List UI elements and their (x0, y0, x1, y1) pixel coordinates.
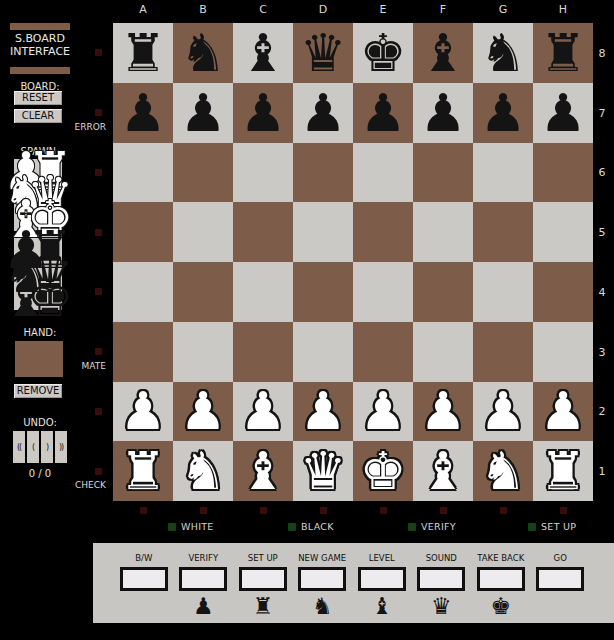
white-pawn-icon: ♟ (240, 385, 287, 437)
panel-group-set-up: SET UP♜ (233, 553, 293, 620)
status-led-white (168, 523, 176, 531)
square-f2[interactable]: ♟ (413, 382, 473, 442)
black-queen-icon: ♛ (431, 591, 452, 620)
square-c5[interactable] (233, 202, 293, 262)
file-led-d (320, 507, 327, 514)
square-e4[interactable] (353, 262, 413, 322)
panel-label-take-back: TAKE BACK (477, 553, 524, 566)
panel-group-b-w: B/W (114, 553, 174, 620)
rank-label-7: 7 (594, 107, 610, 120)
status-led-verify (408, 523, 416, 531)
square-a2[interactable]: ♟ (113, 382, 173, 442)
file-led-f (440, 507, 447, 514)
square-c8[interactable]: ♝ (233, 23, 293, 83)
square-g6[interactable] (473, 143, 533, 203)
white-knight-icon: ♞ (480, 445, 527, 497)
square-a7[interactable]: ♟ (113, 83, 173, 143)
file-label-c: C (233, 3, 293, 16)
black-pawn-icon: ♟ (480, 87, 527, 139)
black-bishop-icon: ♝ (240, 27, 287, 79)
panel-group-go: GO (531, 553, 591, 620)
panel-button-b-w[interactable] (120, 567, 168, 591)
file-led-h (560, 507, 567, 514)
panel-button-go[interactable] (536, 567, 584, 591)
spawn-black-king[interactable]: ♚ (38, 286, 62, 310)
black-bishop-icon: ♝ (371, 591, 392, 620)
white-rook-icon: ♜ (540, 445, 587, 497)
black-pawn-icon: ♟ (193, 591, 214, 620)
square-b3[interactable] (173, 322, 233, 382)
square-d5[interactable] (293, 202, 353, 262)
square-a4[interactable] (113, 262, 173, 322)
square-g4[interactable] (473, 262, 533, 322)
rank-label-1: 1 (594, 465, 610, 478)
black-pawn-icon: ♟ (180, 87, 227, 139)
panel-group-verify: VERIFY♟ (174, 553, 234, 620)
status-led-set-up (528, 523, 536, 531)
square-d7[interactable]: ♟ (293, 83, 353, 143)
rank-led-3 (95, 348, 102, 355)
rank-label-4: 4 (594, 286, 610, 299)
control-panel: B/WVERIFY♟SET UP♜NEW GAME♞LEVEL♝SOUND♛TA… (93, 543, 614, 623)
black-rook-icon: ♜ (540, 27, 587, 79)
white-pawn-icon: ♟ (120, 385, 167, 437)
square-d3[interactable] (293, 322, 353, 382)
panel-label-set-up: SET UP (248, 553, 278, 566)
square-a5[interactable] (113, 202, 173, 262)
check-label: CHECK (44, 480, 106, 490)
square-c6[interactable] (233, 143, 293, 203)
redo-button[interactable]: ) (41, 431, 53, 463)
rank-label-3: 3 (594, 346, 610, 359)
square-a6[interactable] (113, 143, 173, 203)
panel-label-b-w: B/W (135, 553, 152, 566)
square-b8[interactable]: ♞ (173, 23, 233, 83)
black-pawn-icon: ♟ (360, 87, 407, 139)
square-f4[interactable] (413, 262, 473, 322)
black-pawn-icon: ♟ (420, 87, 467, 139)
rank-led-7 (95, 109, 102, 116)
square-f7[interactable]: ♟ (413, 83, 473, 143)
black-rook-icon: ♜ (252, 591, 273, 620)
undo-controls: ((())) (13, 431, 67, 463)
hand-section-label: HAND: (4, 327, 76, 338)
square-d4[interactable] (293, 262, 353, 322)
panel-button-new-game[interactable] (298, 567, 346, 591)
panel-group-new-game: NEW GAME♞ (293, 553, 353, 620)
square-g7[interactable]: ♟ (473, 83, 533, 143)
app-title-line1: S.BOARD (4, 32, 76, 45)
file-label-g: G (473, 3, 533, 16)
file-label-f: F (413, 3, 473, 16)
reset-button[interactable]: RESET (14, 91, 62, 105)
black-rook-icon: ♜ (120, 27, 167, 79)
remove-button[interactable]: REMOVE (14, 384, 62, 398)
undo-button[interactable]: ( (27, 431, 39, 463)
status-label-verify: VERIFY (421, 521, 456, 532)
white-pawn-icon: ♟ (360, 385, 407, 437)
square-c7[interactable]: ♟ (233, 83, 293, 143)
status-label-white: WHITE (181, 521, 214, 532)
square-g5[interactable] (473, 202, 533, 262)
white-bishop-icon: ♝ (420, 445, 467, 497)
square-h6[interactable] (533, 143, 593, 203)
square-h5[interactable] (533, 202, 593, 262)
black-bishop-icon: ♝ (420, 27, 467, 79)
control-panel-buttons: B/WVERIFY♟SET UP♜NEW GAME♞LEVEL♝SOUND♛TA… (114, 553, 590, 620)
status-led-black (288, 523, 296, 531)
status-label-black: BLACK (301, 521, 334, 532)
hand-slot[interactable] (15, 341, 63, 377)
panel-label-go: GO (554, 553, 567, 566)
app-title-line2: INTERFACE (4, 45, 76, 58)
square-f8[interactable]: ♝ (413, 23, 473, 83)
spawn-black-panel: ♟♜♞♛♝♚ (14, 238, 62, 310)
rank-led-2 (95, 408, 102, 415)
black-pawn-icon: ♟ (300, 87, 347, 139)
white-knight-icon: ♞ (180, 445, 227, 497)
file-led-c (260, 507, 267, 514)
square-c3[interactable] (233, 322, 293, 382)
square-h3[interactable] (533, 322, 593, 382)
square-b4[interactable] (173, 262, 233, 322)
square-d8[interactable]: ♛ (293, 23, 353, 83)
chess-computer-interface: S.BOARD INTERFACE BOARD: RESET CLEAR SPA… (0, 0, 614, 640)
square-c4[interactable] (233, 262, 293, 322)
square-a8[interactable]: ♜ (113, 23, 173, 83)
black-queen-icon: ♛ (300, 27, 347, 79)
white-pawn-icon: ♟ (180, 385, 227, 437)
panel-group-take-back: TAKE BACK♚ (471, 553, 531, 620)
square-f6[interactable] (413, 143, 473, 203)
square-e5[interactable] (353, 202, 413, 262)
black-pawn-icon: ♟ (120, 87, 167, 139)
undo-section-label: UNDO: (4, 417, 76, 428)
undo-all-button[interactable]: (( (13, 431, 25, 463)
file-label-b: B (173, 3, 233, 16)
white-pawn-icon: ♟ (420, 385, 467, 437)
black-king-icon: ♚ (27, 272, 74, 324)
square-c1[interactable]: ♝ (233, 441, 293, 501)
square-a3[interactable] (113, 322, 173, 382)
panel-button-take-back[interactable] (477, 567, 525, 591)
square-h7[interactable]: ♟ (533, 83, 593, 143)
rank-label-2: 2 (594, 405, 610, 418)
square-b1[interactable]: ♞ (173, 441, 233, 501)
square-g1[interactable]: ♞ (473, 441, 533, 501)
white-king-icon: ♚ (360, 445, 407, 497)
panel-label-verify: VERIFY (188, 553, 218, 566)
square-h8[interactable]: ♜ (533, 23, 593, 83)
file-led-g (500, 507, 507, 514)
square-c2[interactable]: ♟ (233, 382, 293, 442)
file-led-b (200, 507, 207, 514)
white-queen-icon: ♛ (300, 445, 347, 497)
square-a1[interactable]: ♜ (113, 441, 173, 501)
panel-group-sound: SOUND♛ (412, 553, 472, 620)
square-h1[interactable]: ♜ (533, 441, 593, 501)
black-pawn-icon: ♟ (540, 87, 587, 139)
black-knight-icon: ♞ (312, 591, 333, 620)
panel-label-level: LEVEL (369, 553, 395, 566)
status-label-set-up: SET UP (541, 521, 576, 532)
panel-button-level[interactable] (358, 567, 406, 591)
square-e6[interactable] (353, 143, 413, 203)
file-led-a (140, 507, 147, 514)
error-label: ERROR (44, 122, 106, 132)
panel-group-level: LEVEL♝ (352, 553, 412, 620)
black-pawn-icon: ♟ (240, 87, 287, 139)
square-e3[interactable] (353, 322, 413, 382)
rank-label-8: 8 (594, 47, 610, 60)
square-e1[interactable]: ♚ (353, 441, 413, 501)
square-b7[interactable]: ♟ (173, 83, 233, 143)
square-b2[interactable]: ♟ (173, 382, 233, 442)
mate-label: MATE (44, 361, 106, 371)
file-label-e: E (353, 3, 413, 16)
white-pawn-icon: ♟ (300, 385, 347, 437)
file-label-d: D (293, 3, 353, 16)
white-pawn-icon: ♟ (480, 385, 527, 437)
rank-led-8 (95, 49, 102, 56)
rank-led-6 (95, 169, 102, 176)
white-rook-icon: ♜ (120, 445, 167, 497)
black-knight-icon: ♞ (180, 27, 227, 79)
square-g3[interactable] (473, 322, 533, 382)
square-e7[interactable]: ♟ (353, 83, 413, 143)
undo-counter: 0 / 0 (4, 468, 76, 479)
square-f3[interactable] (413, 322, 473, 382)
square-b5[interactable] (173, 202, 233, 262)
title-divider-top (10, 23, 70, 30)
panel-button-sound[interactable] (417, 567, 465, 591)
black-king-icon: ♚ (490, 591, 511, 620)
file-label-a: A (113, 3, 173, 16)
rank-led-4 (95, 288, 102, 295)
white-pawn-icon: ♟ (540, 385, 587, 437)
square-f1[interactable]: ♝ (413, 441, 473, 501)
panel-label-new-game: NEW GAME (298, 553, 346, 566)
black-king-icon: ♚ (360, 27, 407, 79)
redo-all-button[interactable]: )) (55, 431, 67, 463)
rank-label-5: 5 (594, 226, 610, 239)
square-e2[interactable]: ♟ (353, 382, 413, 442)
white-bishop-icon: ♝ (240, 445, 287, 497)
rank-label-6: 6 (594, 166, 610, 179)
rank-led-1 (95, 468, 102, 475)
square-g2[interactable]: ♟ (473, 382, 533, 442)
panel-button-set-up[interactable] (239, 567, 287, 591)
square-d2[interactable]: ♟ (293, 382, 353, 442)
file-led-e (380, 507, 387, 514)
panel-label-sound: SOUND (426, 553, 457, 566)
square-h4[interactable] (533, 262, 593, 322)
file-label-h: H (533, 3, 593, 16)
chess-board: ♜♞♝♛♚♝♞♜♟♟♟♟♟♟♟♟♟♟♟♟♟♟♟♟♜♞♝♛♚♝♞♜ (113, 23, 593, 501)
rank-led-5 (95, 229, 102, 236)
square-g8[interactable]: ♞ (473, 23, 533, 83)
square-d6[interactable] (293, 143, 353, 203)
black-knight-icon: ♞ (480, 27, 527, 79)
square-d1[interactable]: ♛ (293, 441, 353, 501)
square-f5[interactable] (413, 202, 473, 262)
square-e8[interactable]: ♚ (353, 23, 413, 83)
title-divider-bottom (10, 67, 70, 74)
square-b6[interactable] (173, 143, 233, 203)
square-h2[interactable]: ♟ (533, 382, 593, 442)
panel-button-verify[interactable] (179, 567, 227, 591)
